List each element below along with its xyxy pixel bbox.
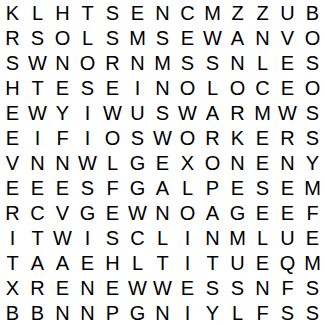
grid-cell-r4c6[interactable]: I: [125, 75, 150, 100]
grid-cell-r9c8[interactable]: O: [175, 200, 200, 225]
grid-cell-r4c10[interactable]: O: [225, 75, 250, 100]
grid-cell-r4c8[interactable]: O: [175, 75, 200, 100]
grid-cell-r4c12[interactable]: E: [275, 75, 300, 100]
grid-cell-r12c9[interactable]: S: [200, 275, 225, 300]
grid-cell-r2c6[interactable]: M: [125, 25, 150, 50]
grid-cell-r8c1[interactable]: E: [0, 175, 25, 200]
grid-cell-r5c9[interactable]: A: [200, 100, 225, 125]
grid-cell-r12c12[interactable]: F: [275, 275, 300, 300]
grid-cell-r6c3[interactable]: F: [50, 125, 75, 150]
grid-cell-r8c4[interactable]: S: [75, 175, 100, 200]
grid-cell-r9c12[interactable]: E: [275, 200, 300, 225]
grid-cell-r3c2[interactable]: W: [25, 50, 50, 75]
grid-cell-r4c3[interactable]: E: [50, 75, 75, 100]
grid-cell-r9c10[interactable]: G: [225, 200, 250, 225]
grid-cell-r8c6[interactable]: G: [125, 175, 150, 200]
grid-cell-r9c1[interactable]: R: [0, 200, 25, 225]
grid-cell-r2c10[interactable]: A: [225, 25, 250, 50]
grid-cell-r4c7[interactable]: N: [150, 75, 175, 100]
grid-cell-r3c10[interactable]: N: [225, 50, 250, 75]
grid-cell-r13c2[interactable]: B: [25, 300, 50, 325]
grid-cell-r4c5[interactable]: E: [100, 75, 125, 100]
grid-cell-r11c8[interactable]: I: [175, 250, 200, 275]
grid-cell-r11c3[interactable]: A: [50, 250, 75, 275]
grid-cell-r5c4[interactable]: I: [75, 100, 100, 125]
grid-cell-r11c7[interactable]: T: [150, 250, 175, 275]
grid-cell-r13c13[interactable]: S: [300, 300, 325, 325]
grid-cell-r6c2[interactable]: I: [25, 125, 50, 150]
grid-cell-r8c13[interactable]: M: [300, 175, 325, 200]
grid-cell-r5c3[interactable]: Y: [50, 100, 75, 125]
grid-cell-r11c13[interactable]: M: [300, 250, 325, 275]
grid-cell-r6c10[interactable]: K: [225, 125, 250, 150]
word-search-grid: KLHTSENCMZZUBRSOLSMSEWANVOSWNORNMSSNLESH…: [0, 0, 325, 325]
grid-cell-r9c4[interactable]: G: [75, 200, 100, 225]
grid-cell-r8c5[interactable]: F: [100, 175, 125, 200]
grid-cell-r6c12[interactable]: R: [275, 125, 300, 150]
grid-cell-r8c8[interactable]: L: [175, 175, 200, 200]
grid-cell-r7c10[interactable]: N: [225, 150, 250, 175]
grid-cell-r5c5[interactable]: W: [100, 100, 125, 125]
grid-cell-r2c5[interactable]: S: [100, 25, 125, 50]
grid-cell-r8c10[interactable]: E: [225, 175, 250, 200]
grid-cell-r10c1[interactable]: I: [0, 225, 25, 250]
grid-cell-r5c2[interactable]: W: [25, 100, 50, 125]
grid-cell-r2c13[interactable]: O: [300, 25, 325, 50]
grid-cell-r10c9[interactable]: N: [200, 225, 225, 250]
grid-cell-r8c3[interactable]: E: [50, 175, 75, 200]
grid-cell-r7c9[interactable]: O: [200, 150, 225, 175]
grid-cell-r12c1[interactable]: X: [0, 275, 25, 300]
grid-cell-r9c7[interactable]: N: [150, 200, 175, 225]
grid-cell-r1c5[interactable]: S: [100, 0, 125, 25]
grid-cell-r6c13[interactable]: S: [300, 125, 325, 150]
grid-cell-r13c3[interactable]: N: [50, 300, 75, 325]
grid-cell-r10c4[interactable]: I: [75, 225, 100, 250]
grid-cell-r1c8[interactable]: C: [175, 0, 200, 25]
grid-cell-r7c3[interactable]: N: [50, 150, 75, 175]
grid-cell-r4c13[interactable]: O: [300, 75, 325, 100]
grid-cell-r9c11[interactable]: E: [250, 200, 275, 225]
grid-cell-r1c9[interactable]: M: [200, 0, 225, 25]
grid-cell-r9c5[interactable]: E: [100, 200, 125, 225]
grid-cell-r13c9[interactable]: Y: [200, 300, 225, 325]
grid-cell-r13c6[interactable]: G: [125, 300, 150, 325]
grid-cell-r12c5[interactable]: E: [100, 275, 125, 300]
grid-cell-r10c3[interactable]: W: [50, 225, 75, 250]
grid-cell-r7c2[interactable]: N: [25, 150, 50, 175]
grid-cell-r12c4[interactable]: N: [75, 275, 100, 300]
grid-cell-r12c8[interactable]: E: [175, 275, 200, 300]
grid-cell-r2c9[interactable]: W: [200, 25, 225, 50]
grid-cell-r11c10[interactable]: U: [225, 250, 250, 275]
grid-cell-r4c11[interactable]: C: [250, 75, 275, 100]
grid-cell-r1c7[interactable]: N: [150, 0, 175, 25]
grid-cell-r8c7[interactable]: A: [150, 175, 175, 200]
grid-cell-r2c8[interactable]: E: [175, 25, 200, 50]
grid-cell-r7c12[interactable]: N: [275, 150, 300, 175]
grid-cell-r9c3[interactable]: V: [50, 200, 75, 225]
grid-cell-r12c2[interactable]: R: [25, 275, 50, 300]
grid-cell-r10c2[interactable]: T: [25, 225, 50, 250]
grid-cell-r10c13[interactable]: E: [300, 225, 325, 250]
grid-cell-r5c13[interactable]: S: [300, 100, 325, 125]
grid-cell-r5c6[interactable]: U: [125, 100, 150, 125]
grid-cell-r1c3[interactable]: H: [50, 0, 75, 25]
grid-cell-r6c9[interactable]: R: [200, 125, 225, 150]
grid-cell-r13c8[interactable]: I: [175, 300, 200, 325]
grid-cell-r9c9[interactable]: A: [200, 200, 225, 225]
grid-cell-r7c6[interactable]: G: [125, 150, 150, 175]
grid-cell-r4c9[interactable]: L: [200, 75, 225, 100]
grid-cell-r6c6[interactable]: S: [125, 125, 150, 150]
grid-cell-r3c7[interactable]: M: [150, 50, 175, 75]
grid-cell-r9c2[interactable]: C: [25, 200, 50, 225]
grid-cell-r1c11[interactable]: Z: [250, 0, 275, 25]
grid-cell-r5c10[interactable]: R: [225, 100, 250, 125]
grid-cell-r12c11[interactable]: N: [250, 275, 275, 300]
grid-cell-r5c7[interactable]: S: [150, 100, 175, 125]
grid-cell-r1c2[interactable]: L: [25, 0, 50, 25]
grid-cell-r11c4[interactable]: E: [75, 250, 100, 275]
grid-cell-r12c10[interactable]: S: [225, 275, 250, 300]
grid-cell-r5c11[interactable]: M: [250, 100, 275, 125]
grid-cell-r5c1[interactable]: E: [0, 100, 25, 125]
grid-cell-r1c13[interactable]: B: [300, 0, 325, 25]
grid-cell-r7c11[interactable]: E: [250, 150, 275, 175]
grid-cell-r2c12[interactable]: V: [275, 25, 300, 50]
grid-cell-r9c6[interactable]: W: [125, 200, 150, 225]
grid-cell-r13c7[interactable]: N: [150, 300, 175, 325]
grid-cell-r10c7[interactable]: L: [150, 225, 175, 250]
grid-cell-r2c4[interactable]: L: [75, 25, 100, 50]
grid-cell-r5c12[interactable]: W: [275, 100, 300, 125]
grid-cell-r6c5[interactable]: O: [100, 125, 125, 150]
grid-cell-r3c8[interactable]: S: [175, 50, 200, 75]
grid-cell-r1c10[interactable]: Z: [225, 0, 250, 25]
grid-cell-r10c12[interactable]: U: [275, 225, 300, 250]
grid-cell-r3c11[interactable]: L: [250, 50, 275, 75]
grid-cell-r3c1[interactable]: S: [0, 50, 25, 75]
grid-cell-r10c6[interactable]: C: [125, 225, 150, 250]
grid-cell-r8c9[interactable]: P: [200, 175, 225, 200]
grid-cell-r3c13[interactable]: S: [300, 50, 325, 75]
grid-cell-r7c4[interactable]: W: [75, 150, 100, 175]
grid-cell-r12c7[interactable]: W: [150, 275, 175, 300]
grid-cell-r2c11[interactable]: N: [250, 25, 275, 50]
grid-cell-r6c1[interactable]: E: [0, 125, 25, 150]
grid-cell-r1c12[interactable]: U: [275, 0, 300, 25]
grid-cell-r11c5[interactable]: H: [100, 250, 125, 275]
grid-cell-r3c6[interactable]: N: [125, 50, 150, 75]
grid-cell-r3c4[interactable]: O: [75, 50, 100, 75]
grid-cell-r5c8[interactable]: W: [175, 100, 200, 125]
grid-cell-r7c5[interactable]: L: [100, 150, 125, 175]
grid-cell-r10c8[interactable]: I: [175, 225, 200, 250]
grid-cell-r7c8[interactable]: X: [175, 150, 200, 175]
grid-cell-r11c2[interactable]: A: [25, 250, 50, 275]
grid-cell-r11c6[interactable]: L: [125, 250, 150, 275]
grid-cell-r11c1[interactable]: T: [0, 250, 25, 275]
grid-cell-r12c13[interactable]: S: [300, 275, 325, 300]
grid-cell-r13c10[interactable]: L: [225, 300, 250, 325]
grid-cell-r12c3[interactable]: E: [50, 275, 75, 300]
grid-cell-r8c11[interactable]: S: [250, 175, 275, 200]
grid-cell-r7c13[interactable]: Y: [300, 150, 325, 175]
grid-cell-r1c4[interactable]: T: [75, 0, 100, 25]
grid-cell-r11c9[interactable]: T: [200, 250, 225, 275]
grid-cell-r1c6[interactable]: E: [125, 0, 150, 25]
grid-cell-r6c8[interactable]: O: [175, 125, 200, 150]
grid-cell-r11c11[interactable]: E: [250, 250, 275, 275]
grid-cell-r7c7[interactable]: E: [150, 150, 175, 175]
grid-cell-r4c4[interactable]: S: [75, 75, 100, 100]
grid-cell-r6c7[interactable]: W: [150, 125, 175, 150]
grid-cell-r6c4[interactable]: I: [75, 125, 100, 150]
grid-cell-r8c12[interactable]: E: [275, 175, 300, 200]
grid-cell-r3c5[interactable]: R: [100, 50, 125, 75]
grid-cell-r2c7[interactable]: S: [150, 25, 175, 50]
grid-cell-r12c6[interactable]: W: [125, 275, 150, 300]
grid-cell-r13c4[interactable]: N: [75, 300, 100, 325]
grid-cell-r6c11[interactable]: E: [250, 125, 275, 150]
grid-cell-r13c1[interactable]: B: [0, 300, 25, 325]
grid-cell-r3c9[interactable]: S: [200, 50, 225, 75]
grid-cell-r3c12[interactable]: E: [275, 50, 300, 75]
grid-cell-r10c5[interactable]: S: [100, 225, 125, 250]
grid-cell-r1c1[interactable]: K: [0, 0, 25, 25]
grid-cell-r8c2[interactable]: E: [25, 175, 50, 200]
grid-cell-r9c13[interactable]: F: [300, 200, 325, 225]
grid-cell-r4c1[interactable]: H: [0, 75, 25, 100]
grid-cell-r10c10[interactable]: M: [225, 225, 250, 250]
grid-cell-r10c11[interactable]: L: [250, 225, 275, 250]
grid-cell-r4c2[interactable]: T: [25, 75, 50, 100]
grid-cell-r11c12[interactable]: Q: [275, 250, 300, 275]
grid-cell-r7c1[interactable]: V: [0, 150, 25, 175]
grid-cell-r13c12[interactable]: S: [275, 300, 300, 325]
grid-cell-r13c11[interactable]: F: [250, 300, 275, 325]
grid-cell-r2c3[interactable]: O: [50, 25, 75, 50]
grid-cell-r3c3[interactable]: N: [50, 50, 75, 75]
grid-cell-r2c1[interactable]: R: [0, 25, 25, 50]
grid-cell-r13c5[interactable]: P: [100, 300, 125, 325]
grid-cell-r2c2[interactable]: S: [25, 25, 50, 50]
